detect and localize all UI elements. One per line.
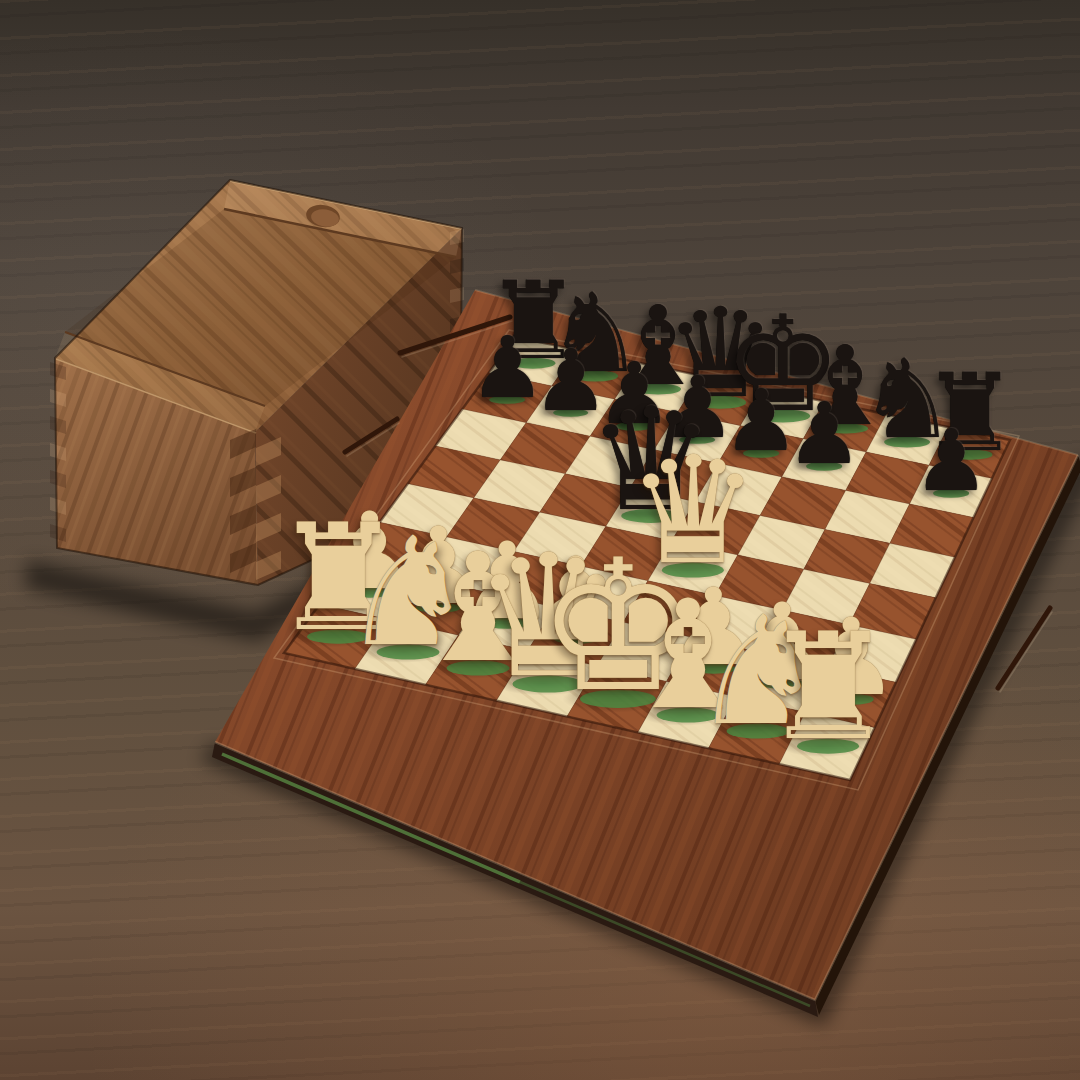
product-photo-scene: ♜♞♝♛♚♝♞♜♟♟♟♟♟♟♟♛♛♟♟♟♟♟♟♟♜♞♝♛♚♝♞♜ xyxy=(0,0,1080,1080)
scene-svg xyxy=(0,0,1080,1080)
